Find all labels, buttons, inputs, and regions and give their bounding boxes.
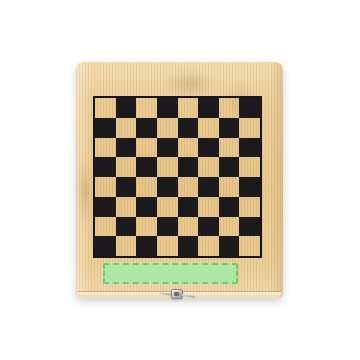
square-a6 (95, 138, 116, 158)
square-d2 (157, 217, 178, 237)
square-c1 (136, 236, 157, 256)
square-h7 (239, 118, 260, 138)
square-c4 (136, 177, 157, 197)
square-e6 (178, 138, 199, 158)
chess-board (93, 96, 262, 258)
square-d3 (157, 197, 178, 217)
wood-grain-mark (77, 162, 93, 222)
square-h3 (239, 197, 260, 217)
square-g3 (219, 197, 240, 217)
clasp-wing-left (159, 292, 171, 295)
square-d1 (157, 236, 178, 256)
square-e4 (178, 177, 199, 197)
metal-clasp (159, 286, 195, 304)
square-f5 (198, 157, 219, 177)
wood-grain-mark (164, 70, 216, 98)
square-f3 (198, 197, 219, 217)
square-d7 (157, 118, 178, 138)
chess-box-lid (76, 62, 283, 298)
square-e1 (178, 236, 199, 256)
square-c7 (136, 118, 157, 138)
square-a1 (95, 236, 116, 256)
square-f7 (198, 118, 219, 138)
square-a4 (95, 177, 116, 197)
clasp-pin (174, 292, 179, 296)
square-h1 (239, 236, 260, 256)
square-b2 (116, 217, 137, 237)
square-a3 (95, 197, 116, 217)
square-d5 (157, 157, 178, 177)
square-h5 (239, 157, 260, 177)
square-b3 (116, 197, 137, 217)
square-d8 (157, 98, 178, 118)
square-c3 (136, 197, 157, 217)
square-a5 (95, 157, 116, 177)
square-a2 (95, 217, 116, 237)
square-f8 (198, 98, 219, 118)
square-g7 (219, 118, 240, 138)
square-b7 (116, 118, 137, 138)
square-h6 (239, 138, 260, 158)
square-e7 (178, 118, 199, 138)
square-g6 (219, 138, 240, 158)
square-h8 (239, 98, 260, 118)
square-a7 (95, 118, 116, 138)
square-f4 (198, 177, 219, 197)
square-c8 (136, 98, 157, 118)
square-a8 (95, 98, 116, 118)
square-e5 (178, 157, 199, 177)
square-c2 (136, 217, 157, 237)
square-b8 (116, 98, 137, 118)
square-f2 (198, 217, 219, 237)
square-b4 (116, 177, 137, 197)
square-f6 (198, 138, 219, 158)
square-e2 (178, 217, 199, 237)
square-h4 (239, 177, 260, 197)
square-d4 (157, 177, 178, 197)
square-g1 (219, 236, 240, 256)
square-c5 (136, 157, 157, 177)
square-g8 (219, 98, 240, 118)
square-e8 (178, 98, 199, 118)
product-photo (0, 0, 360, 360)
square-g5 (219, 157, 240, 177)
square-e3 (178, 197, 199, 217)
square-f1 (198, 236, 219, 256)
clasp-wing-right (182, 294, 195, 298)
square-g4 (219, 177, 240, 197)
square-b6 (116, 138, 137, 158)
square-c6 (136, 138, 157, 158)
square-h2 (239, 217, 260, 237)
square-b5 (116, 157, 137, 177)
square-d6 (157, 138, 178, 158)
square-b1 (116, 236, 137, 256)
print-area-label (103, 263, 238, 284)
square-g2 (219, 217, 240, 237)
